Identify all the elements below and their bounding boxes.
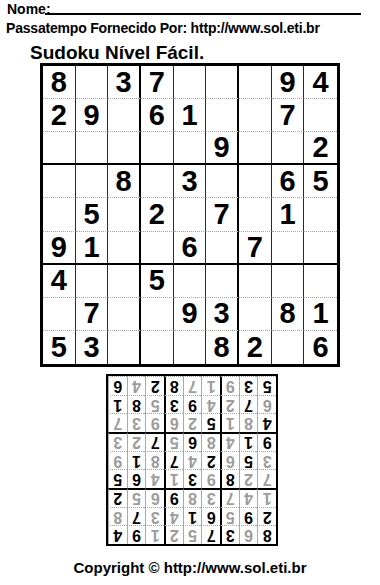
sudoku-cell-r2c2[interactable]: 9: [76, 99, 109, 132]
sudoku-cell-r5c7[interactable]: [239, 198, 272, 231]
solution-cell-r7c6: 6: [164, 413, 183, 432]
sudoku-cell-r9c5[interactable]: [174, 331, 207, 364]
solution-cell-r6c8: 2: [127, 432, 146, 451]
sudoku-cell-r5c5[interactable]: [174, 198, 207, 231]
sudoku-cell-r3c1[interactable]: [43, 132, 76, 165]
sudoku-cell-r8c2[interactable]: 7: [76, 298, 109, 331]
solution-cell-r8c2: 7: [239, 395, 258, 414]
sudoku-cell-r3c7[interactable]: [239, 132, 272, 165]
sudoku-cell-r4c7[interactable]: [239, 165, 272, 198]
sudoku-cell-r1c6[interactable]: [206, 66, 239, 99]
sudoku-cell-r4c6[interactable]: [206, 165, 239, 198]
sudoku-cell-r8c4[interactable]: [141, 298, 174, 331]
sudoku-cell-r2c9[interactable]: [304, 99, 337, 132]
sudoku-cell-r4c1[interactable]: [43, 165, 76, 198]
sudoku-cell-r1c8[interactable]: 9: [272, 66, 305, 99]
solution-cell-r4c8: 6: [127, 469, 146, 488]
solution-cell-r1c6: 2: [164, 525, 183, 544]
sudoku-cell-r6c3[interactable]: [108, 232, 141, 265]
solution-cell-r3c7: 6: [145, 488, 164, 507]
sudoku-cell-r8c7[interactable]: [239, 298, 272, 331]
sudoku-cell-r4c5[interactable]: 3: [174, 165, 207, 198]
solution-cell-r2c2: 9: [239, 507, 258, 526]
sudoku-cell-r2c6[interactable]: [206, 99, 239, 132]
sudoku-cell-r6c1[interactable]: 9: [43, 232, 76, 265]
sudoku-cell-r7c2[interactable]: [76, 265, 109, 298]
sudoku-cell-r5c3[interactable]: [108, 198, 141, 231]
solution-cell-r7c1: 4: [257, 413, 276, 432]
sudoku-cell-r2c8[interactable]: 7: [272, 99, 305, 132]
solution-cell-r1c7: 1: [145, 525, 164, 544]
sudoku-cell-r9c2[interactable]: 3: [76, 331, 109, 364]
sudoku-cell-r6c5[interactable]: 6: [174, 232, 207, 265]
sudoku-cell-r7c4[interactable]: 5: [141, 265, 174, 298]
solution-cell-r5c8: 1: [127, 451, 146, 470]
solution-cell-r5c7: 8: [145, 451, 164, 470]
solution-cell-r6c4: 8: [201, 432, 220, 451]
solution-cell-r5c2: 5: [239, 451, 258, 470]
copyright: Copyright © http://www.sol.eti.br: [0, 559, 380, 576]
sudoku-cell-r3c5[interactable]: [174, 132, 207, 165]
sudoku-cell-r8c3[interactable]: [108, 298, 141, 331]
sudoku-cell-r8c1[interactable]: [43, 298, 76, 331]
solution-cell-r6c9: 3: [108, 432, 127, 451]
sudoku-cell-r1c3[interactable]: 3: [108, 66, 141, 99]
sudoku-cell-r8c5[interactable]: 9: [174, 298, 207, 331]
solution-cell-r8c4: 4: [201, 395, 220, 414]
solution-cell-r7c3: 1: [220, 413, 239, 432]
solution-cell-r8c9: 1: [108, 395, 127, 414]
solution-cell-r2c1: 2: [257, 507, 276, 526]
source-line: Passatempo Fornecido Por: http://www.sol…: [6, 20, 320, 36]
solution-cell-r3c2: 4: [239, 488, 258, 507]
sudoku-cell-r7c5[interactable]: [174, 265, 207, 298]
sudoku-cell-r1c4[interactable]: 7: [141, 66, 174, 99]
solution-cell-r3c8: 5: [127, 488, 146, 507]
solution-cell-r9c4: 1: [201, 376, 220, 395]
sudoku-cell-r3c4[interactable]: [141, 132, 174, 165]
sudoku-cell-r9c1[interactable]: 5: [43, 331, 76, 364]
solution-cell-r5c1: 3: [257, 451, 276, 470]
solution-cell-r6c2: 1: [239, 432, 258, 451]
solution-cell-r3c3: 7: [220, 488, 239, 507]
sudoku-cell-r5c4[interactable]: 2: [141, 198, 174, 231]
sudoku-cell-r1c2[interactable]: [76, 66, 109, 99]
solution-cell-r7c8: 3: [127, 413, 146, 432]
sudoku-cell-r6c6[interactable]: [206, 232, 239, 265]
solution-cell-r2c7: 3: [145, 507, 164, 526]
solution-cell-r1c9: 4: [108, 525, 127, 544]
sudoku-cell-r9c9[interactable]: 6: [304, 331, 337, 364]
solution-cell-r8c8: 8: [127, 395, 146, 414]
name-write-line: [45, 13, 361, 15]
sudoku-cell-r5c8[interactable]: 1: [272, 198, 305, 231]
sudoku-cell-r1c5[interactable]: [174, 66, 207, 99]
solution-cell-r7c7: 9: [145, 413, 164, 432]
solution-cell-r3c5: 8: [183, 488, 202, 507]
solution-cell-r4c9: 5: [108, 469, 127, 488]
sudoku-cell-r9c8[interactable]: [272, 331, 305, 364]
solution-cell-r1c2: 6: [239, 525, 258, 544]
sudoku-cell-r3c2[interactable]: [76, 132, 109, 165]
sudoku-cell-r4c8[interactable]: 6: [272, 165, 305, 198]
solution-cell-r4c7: 4: [145, 469, 164, 488]
sudoku-cell-r7c6[interactable]: [206, 265, 239, 298]
solution-cell-r5c6: 7: [164, 451, 183, 470]
sudoku-cell-r6c7[interactable]: 7: [239, 232, 272, 265]
sudoku-cell-r6c8[interactable]: [272, 232, 305, 265]
sudoku-cell-r9c3[interactable]: [108, 331, 141, 364]
solution-cell-r9c7: 2: [145, 376, 164, 395]
solution-cell-r6c5: 6: [183, 432, 202, 451]
solution-cell-r6c7: 7: [145, 432, 164, 451]
sudoku-cell-r8c8[interactable]: 8: [272, 298, 305, 331]
solution-cell-r7c2: 8: [239, 413, 258, 432]
solution-cell-r2c9: 8: [108, 507, 127, 526]
sudoku-cell-r1c7[interactable]: [239, 66, 272, 99]
solution-cell-r2c8: 7: [127, 507, 146, 526]
sudoku-cell-r5c9[interactable]: [304, 198, 337, 231]
solution-cell-r6c3: 4: [220, 432, 239, 451]
worksheet-page: Nome: Passatempo Fornecido Por: http://w…: [0, 0, 380, 585]
solution-cell-r3c1: 1: [257, 488, 276, 507]
sudoku-cell-r7c7[interactable]: [239, 265, 272, 298]
sudoku-cell-r2c4[interactable]: 6: [141, 99, 174, 132]
solution-cell-r5c9: 9: [108, 451, 127, 470]
sudoku-cell-r6c9[interactable]: [304, 232, 337, 265]
sudoku-cell-r9c4[interactable]: [141, 331, 174, 364]
sudoku-cell-r6c4[interactable]: [141, 232, 174, 265]
solution-cell-r1c8: 9: [127, 525, 146, 544]
sudoku-cell-r3c9[interactable]: 2: [304, 132, 337, 165]
solution-cell-r9c8: 4: [127, 376, 146, 395]
solution-cell-r9c6: 8: [164, 376, 183, 395]
sudoku-cell-r6c2[interactable]: 1: [76, 232, 109, 265]
sudoku-cell-r4c9[interactable]: 5: [304, 165, 337, 198]
sudoku-cell-r1c1[interactable]: 8: [43, 66, 76, 99]
solution-cell-r2c6: 4: [164, 507, 183, 526]
sudoku-cell-r3c8[interactable]: [272, 132, 305, 165]
solution-cell-r5c3: 6: [220, 451, 239, 470]
sudoku-grid: 837942961792836552719167457938153826: [40, 63, 340, 367]
solution-cell-r8c7: 5: [145, 395, 164, 414]
solution-cell-r8c5: 9: [183, 395, 202, 414]
solution-cell-r1c4: 7: [201, 525, 220, 544]
solution-cell-r9c3: 9: [220, 376, 239, 395]
solution-cell-r4c2: 2: [239, 469, 258, 488]
solution-cell-r1c5: 5: [183, 525, 202, 544]
solution-cell-r6c1: 9: [257, 432, 276, 451]
solution-cell-r4c4: 9: [201, 469, 220, 488]
solution-cell-r9c2: 3: [239, 376, 258, 395]
page-title: Sudoku Nível Fácil.: [30, 42, 204, 64]
solution-cell-r4c5: 3: [183, 469, 202, 488]
solution-cell-r5c4: 2: [201, 451, 220, 470]
sudoku-cell-r3c3[interactable]: [108, 132, 141, 165]
sudoku-cell-r7c3[interactable]: [108, 265, 141, 298]
solution-cell-r1c3: 3: [220, 525, 239, 544]
solution-cell-r3c4: 3: [201, 488, 220, 507]
solution-cell-r9c5: 7: [183, 376, 202, 395]
sudoku-cell-r7c1[interactable]: 4: [43, 265, 76, 298]
solution-cell-r7c4: 5: [201, 413, 220, 432]
solution-cell-r6c6: 5: [164, 432, 183, 451]
sudoku-cell-r4c4[interactable]: [141, 165, 174, 198]
sudoku-cell-r8c9[interactable]: 1: [304, 298, 337, 331]
sudoku-cell-r2c1[interactable]: 2: [43, 99, 76, 132]
solution-cell-r2c5: 1: [183, 507, 202, 526]
sudoku-cell-r2c5[interactable]: 1: [174, 99, 207, 132]
sudoku-cell-r5c2[interactable]: 5: [76, 198, 109, 231]
sudoku-cell-r7c9[interactable]: [304, 265, 337, 298]
sudoku-cell-r5c1[interactable]: [43, 198, 76, 231]
solution-cell-r5c5: 4: [183, 451, 202, 470]
solution-cell-r1c1: 8: [257, 525, 276, 544]
sudoku-cell-r4c2[interactable]: [76, 165, 109, 198]
solution-cell-r8c6: 3: [164, 395, 183, 414]
sudoku-cell-r5c6[interactable]: 7: [206, 198, 239, 231]
sudoku-cell-r7c8[interactable]: [272, 265, 305, 298]
solution-cell-r9c1: 5: [257, 376, 276, 395]
solution-cell-r8c3: 2: [220, 395, 239, 414]
solution-cell-r4c3: 8: [220, 469, 239, 488]
solution-cell-r4c6: 1: [164, 469, 183, 488]
solution-cell-r9c9: 6: [108, 376, 127, 395]
sudoku-cell-r2c3[interactable]: [108, 99, 141, 132]
solution-cell-r7c9: 7: [108, 413, 127, 432]
sudoku-cell-r9c6[interactable]: 8: [206, 331, 239, 364]
solution-cell-r7c5: 2: [183, 413, 202, 432]
sudoku-cell-r1c9[interactable]: 4: [304, 66, 337, 99]
sudoku-cell-r4c3[interactable]: 8: [108, 165, 141, 198]
solution-cell-r2c3: 5: [220, 507, 239, 526]
solution-cell-r3c6: 9: [164, 488, 183, 507]
solution-cell-r2c4: 6: [201, 507, 220, 526]
sudoku-cell-r3c6[interactable]: 9: [206, 132, 239, 165]
sudoku-cell-r2c7[interactable]: [239, 99, 272, 132]
solution-grid: 8637521942956143781473896527289314653562…: [106, 374, 278, 546]
solution-cell-r3c9: 2: [108, 488, 127, 507]
sudoku-cell-r8c6[interactable]: 3: [206, 298, 239, 331]
solution-cell-r4c1: 7: [257, 469, 276, 488]
solution-cell-r8c1: 6: [257, 395, 276, 414]
sudoku-cell-r9c7[interactable]: 2: [239, 331, 272, 364]
